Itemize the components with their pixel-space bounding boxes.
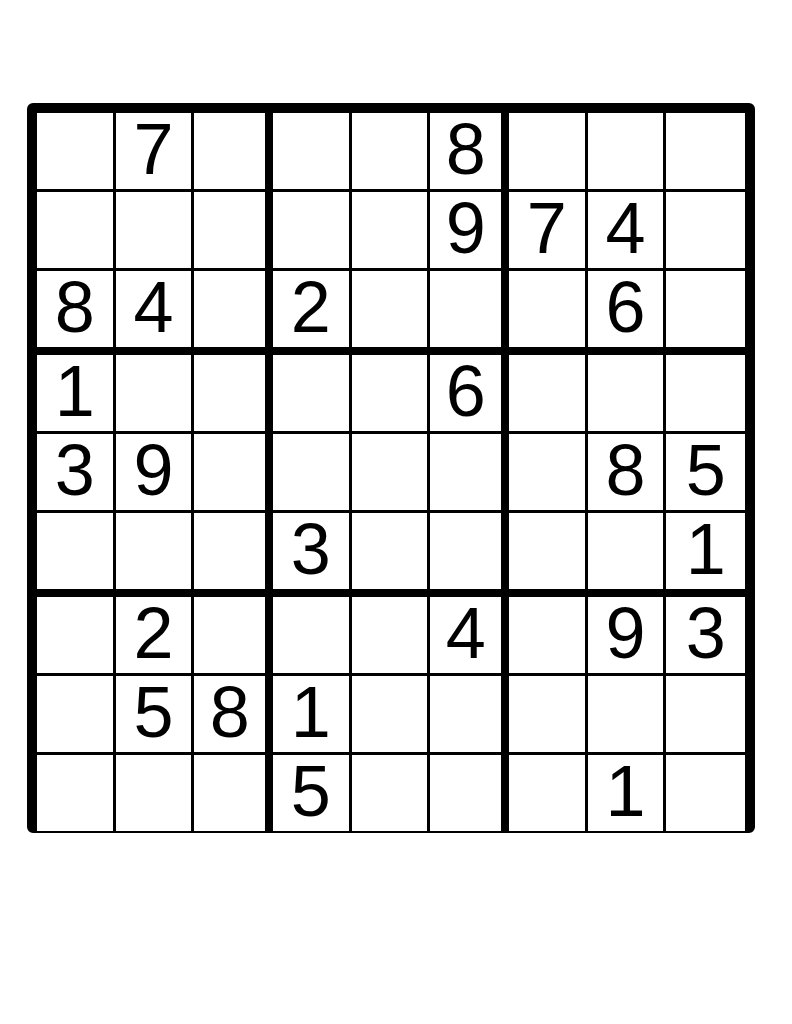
cell-r3c1-given: 8 xyxy=(37,271,116,355)
cell-r1c3-empty xyxy=(194,113,273,192)
cell-r7c6-given: 4 xyxy=(430,597,509,676)
cell-r9c3-empty xyxy=(194,755,273,831)
cell-r4c9-empty xyxy=(666,355,745,434)
cell-r5c2-given: 9 xyxy=(116,434,195,513)
cell-r4c4-empty xyxy=(273,355,352,434)
cell-r2c4-empty xyxy=(273,192,352,271)
cell-r9c2-empty xyxy=(116,755,195,831)
cell-r9c6-empty xyxy=(430,755,509,831)
cell-r9c8-given: 1 xyxy=(588,755,667,831)
cell-r4c6-given: 6 xyxy=(430,355,509,434)
cell-r6c4-given: 3 xyxy=(273,513,352,597)
cell-r6c2-empty xyxy=(116,513,195,597)
cell-r7c5-empty xyxy=(352,597,431,676)
cell-r8c3-given: 8 xyxy=(194,676,273,755)
sudoku-board: 78974842616398531249358151 xyxy=(27,103,755,833)
cell-r3c5-empty xyxy=(352,271,431,355)
cell-r2c6-given: 9 xyxy=(430,192,509,271)
cell-r7c4-empty xyxy=(273,597,352,676)
cell-r6c6-empty xyxy=(430,513,509,597)
cell-r1c2-given: 7 xyxy=(116,113,195,192)
cell-r3c8-given: 6 xyxy=(588,271,667,355)
cell-r2c9-empty xyxy=(666,192,745,271)
cell-r4c2-empty xyxy=(116,355,195,434)
cell-r5c9-given: 5 xyxy=(666,434,745,513)
cell-r7c7-empty xyxy=(509,597,588,676)
cell-r4c8-empty xyxy=(588,355,667,434)
cell-r7c2-given: 2 xyxy=(116,597,195,676)
cell-r5c8-given: 8 xyxy=(588,434,667,513)
cell-r6c9-given: 1 xyxy=(666,513,745,597)
cell-r8c4-given: 1 xyxy=(273,676,352,755)
sudoku-page: 78974842616398531249358151 xyxy=(0,0,792,1024)
cell-r5c5-empty xyxy=(352,434,431,513)
cell-r6c7-empty xyxy=(509,513,588,597)
cell-r3c4-given: 2 xyxy=(273,271,352,355)
cell-r9c9-empty xyxy=(666,755,745,831)
cell-r6c8-empty xyxy=(588,513,667,597)
cell-r5c4-empty xyxy=(273,434,352,513)
cell-r5c3-empty xyxy=(194,434,273,513)
cell-r3c2-given: 4 xyxy=(116,271,195,355)
cell-r2c2-empty xyxy=(116,192,195,271)
cell-r3c6-empty xyxy=(430,271,509,355)
cell-r1c7-empty xyxy=(509,113,588,192)
cell-r7c1-empty xyxy=(37,597,116,676)
cell-r4c3-empty xyxy=(194,355,273,434)
cell-r8c9-empty xyxy=(666,676,745,755)
cell-r9c7-empty xyxy=(509,755,588,831)
cell-r6c3-empty xyxy=(194,513,273,597)
cell-r3c3-empty xyxy=(194,271,273,355)
cell-r5c1-given: 3 xyxy=(37,434,116,513)
cell-r8c2-given: 5 xyxy=(116,676,195,755)
cell-r1c8-empty xyxy=(588,113,667,192)
cell-r9c4-given: 5 xyxy=(273,755,352,831)
cell-r8c1-empty xyxy=(37,676,116,755)
cell-r4c1-given: 1 xyxy=(37,355,116,434)
cell-r5c7-empty xyxy=(509,434,588,513)
cell-r4c5-empty xyxy=(352,355,431,434)
cell-r5c6-empty xyxy=(430,434,509,513)
cell-r8c6-empty xyxy=(430,676,509,755)
cell-r9c1-empty xyxy=(37,755,116,831)
cell-r2c1-empty xyxy=(37,192,116,271)
cell-r4c7-empty xyxy=(509,355,588,434)
cell-r1c4-empty xyxy=(273,113,352,192)
cell-r8c8-empty xyxy=(588,676,667,755)
cell-r3c9-empty xyxy=(666,271,745,355)
cell-r3c7-empty xyxy=(509,271,588,355)
cell-r7c8-given: 9 xyxy=(588,597,667,676)
cell-r2c3-empty xyxy=(194,192,273,271)
cell-r8c5-empty xyxy=(352,676,431,755)
cell-r1c5-empty xyxy=(352,113,431,192)
cell-r1c6-given: 8 xyxy=(430,113,509,192)
cell-r8c7-empty xyxy=(509,676,588,755)
cell-r9c5-empty xyxy=(352,755,431,831)
cell-r1c9-empty xyxy=(666,113,745,192)
cell-r1c1-empty xyxy=(37,113,116,192)
cell-r2c7-given: 7 xyxy=(509,192,588,271)
cell-r7c9-given: 3 xyxy=(666,597,745,676)
cell-r2c5-empty xyxy=(352,192,431,271)
cell-r7c3-empty xyxy=(194,597,273,676)
cell-r6c5-empty xyxy=(352,513,431,597)
cell-r2c8-given: 4 xyxy=(588,192,667,271)
cell-r6c1-empty xyxy=(37,513,116,597)
